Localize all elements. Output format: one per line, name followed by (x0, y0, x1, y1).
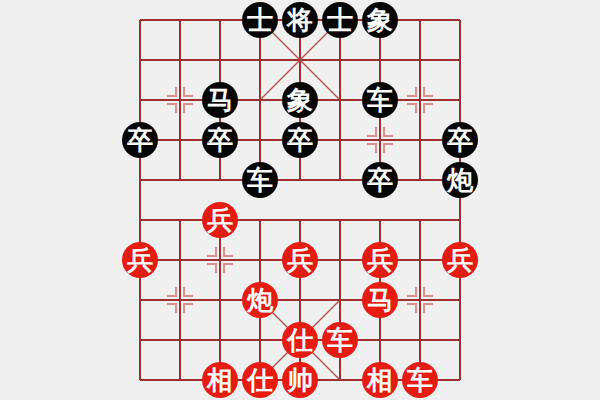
board-intersection[interactable] (240, 40, 280, 80)
xiangqi-board-screen: 士将士象马象车卒卒卒卒车卒炮兵兵兵兵兵炮马仕车相仕帅相车 (0, 0, 600, 400)
board-intersection[interactable]: 士 (320, 0, 360, 40)
board-intersection[interactable] (440, 360, 480, 400)
board-intersection[interactable] (160, 280, 200, 320)
board-intersection[interactable] (320, 360, 360, 400)
board-intersection[interactable] (280, 200, 320, 240)
piece-black-soldier[interactable]: 卒 (442, 122, 478, 158)
board-intersection[interactable] (440, 200, 480, 240)
piece-red-cannon[interactable]: 炮 (242, 282, 278, 318)
board-intersection[interactable] (400, 200, 440, 240)
piece-black-soldier[interactable]: 卒 (362, 162, 398, 198)
board-intersection[interactable] (200, 40, 240, 80)
board-intersection[interactable] (400, 40, 440, 80)
board-intersection[interactable] (320, 200, 360, 240)
board-intersection[interactable] (120, 80, 160, 120)
board-intersection[interactable] (440, 0, 480, 40)
board-intersection[interactable]: 象 (360, 0, 400, 40)
piece-red-soldier[interactable]: 兵 (202, 202, 238, 238)
piece-black-general[interactable]: 将 (282, 2, 318, 38)
board-intersection[interactable] (320, 280, 360, 320)
piece-red-soldier[interactable]: 兵 (442, 242, 478, 278)
board-intersection[interactable]: 炮 (240, 280, 280, 320)
board-intersection[interactable] (320, 240, 360, 280)
piece-black-soldier[interactable]: 卒 (282, 122, 318, 158)
board-intersection[interactable]: 车 (360, 80, 400, 120)
board-intersection[interactable] (240, 120, 280, 160)
board-intersection[interactable] (400, 160, 440, 200)
piece-red-chariot[interactable]: 车 (322, 322, 358, 358)
board-intersection[interactable]: 象 (280, 80, 320, 120)
board-intersection[interactable]: 相 (360, 360, 400, 400)
piece-black-horse[interactable]: 马 (202, 82, 238, 118)
board-grid[interactable]: 士将士象马象车卒卒卒卒车卒炮兵兵兵兵兵炮马仕车相仕帅相车 (120, 0, 480, 400)
board-intersection[interactable]: 士 (240, 0, 280, 40)
board-intersection[interactable]: 车 (400, 360, 440, 400)
board-intersection[interactable] (240, 80, 280, 120)
piece-black-chariot[interactable]: 车 (362, 82, 398, 118)
piece-red-general[interactable]: 帅 (282, 362, 318, 398)
piece-black-soldier[interactable]: 卒 (202, 122, 238, 158)
board-intersection[interactable]: 兵 (440, 240, 480, 280)
board-intersection[interactable] (120, 360, 160, 400)
board-intersection[interactable] (160, 320, 200, 360)
piece-black-cannon[interactable]: 炮 (442, 162, 478, 198)
board-intersection[interactable] (360, 320, 400, 360)
board-intersection[interactable] (400, 320, 440, 360)
board-intersection[interactable] (400, 0, 440, 40)
board-intersection[interactable]: 炮 (440, 160, 480, 200)
board-intersection[interactable] (440, 280, 480, 320)
board-intersection[interactable]: 卒 (280, 120, 320, 160)
piece-red-elephant[interactable]: 相 (362, 362, 398, 398)
board-intersection[interactable] (360, 40, 400, 80)
board-intersection[interactable] (440, 40, 480, 80)
board-intersection[interactable]: 卒 (200, 120, 240, 160)
board-intersection[interactable]: 兵 (280, 240, 320, 280)
piece-red-advisor[interactable]: 仕 (242, 362, 278, 398)
piece-black-advisor[interactable]: 士 (322, 2, 358, 38)
piece-black-advisor[interactable]: 士 (242, 2, 278, 38)
piece-black-chariot[interactable]: 车 (242, 162, 278, 198)
board-intersection[interactable] (320, 160, 360, 200)
board-intersection[interactable] (240, 240, 280, 280)
piece-red-chariot[interactable]: 车 (402, 362, 438, 398)
board-intersection[interactable] (120, 0, 160, 40)
board-intersection[interactable]: 卒 (120, 120, 160, 160)
board-intersection[interactable]: 相 (200, 360, 240, 400)
board-intersection[interactable] (160, 360, 200, 400)
board-intersection[interactable] (400, 280, 440, 320)
board-intersection[interactable]: 将 (280, 0, 320, 40)
board-intersection[interactable] (200, 0, 240, 40)
piece-black-elephant[interactable]: 象 (282, 82, 318, 118)
board-intersection[interactable] (360, 120, 400, 160)
board-intersection[interactable] (200, 320, 240, 360)
board-intersection[interactable] (160, 160, 200, 200)
piece-red-advisor[interactable]: 仕 (282, 322, 318, 358)
board-intersection[interactable] (160, 40, 200, 80)
board-intersection[interactable] (120, 320, 160, 360)
piece-red-elephant[interactable]: 相 (202, 362, 238, 398)
board-intersection[interactable] (440, 80, 480, 120)
board-intersection[interactable] (200, 280, 240, 320)
board-intersection[interactable] (320, 40, 360, 80)
board-intersection[interactable] (160, 200, 200, 240)
board-intersection[interactable] (240, 320, 280, 360)
board-intersection[interactable] (160, 80, 200, 120)
board-intersection[interactable] (160, 0, 200, 40)
piece-red-horse[interactable]: 马 (362, 282, 398, 318)
board-intersection[interactable] (120, 40, 160, 80)
board-intersection[interactable] (240, 200, 280, 240)
board-intersection[interactable] (280, 40, 320, 80)
piece-black-elephant[interactable]: 象 (362, 2, 398, 38)
board-intersection[interactable]: 帅 (280, 360, 320, 400)
board-intersection[interactable] (160, 240, 200, 280)
piece-red-soldier[interactable]: 兵 (122, 242, 158, 278)
board-intersection[interactable]: 卒 (440, 120, 480, 160)
board-intersection[interactable]: 卒 (360, 160, 400, 200)
board-intersection[interactable] (120, 160, 160, 200)
board-intersection[interactable] (400, 240, 440, 280)
piece-red-soldier[interactable]: 兵 (362, 242, 398, 278)
board-intersection[interactable] (400, 120, 440, 160)
board-intersection[interactable] (120, 200, 160, 240)
board-intersection[interactable] (360, 200, 400, 240)
board-intersection[interactable]: 仕 (240, 360, 280, 400)
board-intersection[interactable] (280, 160, 320, 200)
board-intersection[interactable]: 车 (240, 160, 280, 200)
board-intersection[interactable]: 兵 (120, 240, 160, 280)
board-intersection[interactable] (440, 320, 480, 360)
board-intersection[interactable] (120, 280, 160, 320)
board-intersection[interactable] (160, 120, 200, 160)
board-intersection[interactable] (200, 160, 240, 200)
board-intersection[interactable] (280, 280, 320, 320)
board-intersection[interactable] (200, 240, 240, 280)
piece-red-soldier[interactable]: 兵 (282, 242, 318, 278)
board-intersection[interactable]: 马 (360, 280, 400, 320)
board-intersection[interactable]: 马 (200, 80, 240, 120)
board-intersection[interactable]: 车 (320, 320, 360, 360)
board-intersection[interactable] (320, 80, 360, 120)
board-intersection[interactable] (320, 120, 360, 160)
board-intersection[interactable]: 仕 (280, 320, 320, 360)
piece-black-soldier[interactable]: 卒 (122, 122, 158, 158)
board-intersection[interactable] (400, 80, 440, 120)
board-intersection[interactable]: 兵 (200, 200, 240, 240)
board-intersection[interactable]: 兵 (360, 240, 400, 280)
